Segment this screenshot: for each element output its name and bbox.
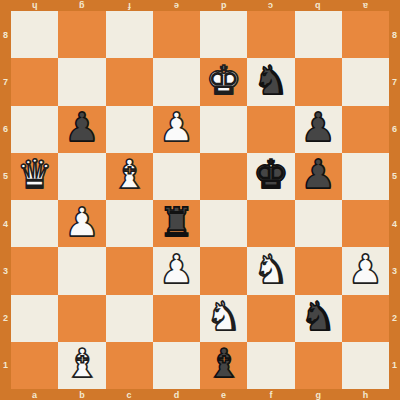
file-label-c: c <box>247 0 294 11</box>
black-knight[interactable]: ♞ <box>300 296 336 336</box>
white-bishop[interactable]: ♝ <box>64 343 100 383</box>
file-label-b: b <box>58 389 105 400</box>
file-label-a: a <box>11 389 58 400</box>
file-label-f: f <box>106 0 153 11</box>
white-queen[interactable]: ♛ <box>17 154 53 194</box>
black-pawn[interactable]: ♟ <box>64 107 100 147</box>
rank-label-5: 5 <box>389 153 400 200</box>
coordinates-left: 87654321 <box>0 11 11 389</box>
coordinates-bottom: abcdefgh <box>11 389 389 400</box>
rank-label-8: 8 <box>389 11 400 58</box>
rank-label-1: 1 <box>389 342 400 389</box>
square-f1[interactable] <box>247 342 294 389</box>
square-h6[interactable] <box>342 106 389 153</box>
rank-label-2: 2 <box>0 295 11 342</box>
square-d1[interactable] <box>153 342 200 389</box>
file-label-g: g <box>58 0 105 11</box>
file-label-e: e <box>200 389 247 400</box>
white-knight[interactable]: ♞ <box>253 249 289 289</box>
black-pawn[interactable]: ♟ <box>300 154 336 194</box>
square-f5[interactable]: ♚ <box>247 153 294 200</box>
square-g4[interactable] <box>295 200 342 247</box>
square-e8[interactable] <box>200 11 247 58</box>
square-f3[interactable]: ♞ <box>247 247 294 294</box>
square-e5[interactable] <box>200 153 247 200</box>
square-a3[interactable] <box>11 247 58 294</box>
chess-board-frame: hgfedcba abcdefgh 87654321 87654321 ♚♞♟♟… <box>0 0 400 400</box>
square-h1[interactable] <box>342 342 389 389</box>
square-d2[interactable] <box>153 295 200 342</box>
black-rook[interactable]: ♜ <box>158 202 194 242</box>
square-h8[interactable] <box>342 11 389 58</box>
square-g6[interactable]: ♟ <box>295 106 342 153</box>
square-b5[interactable] <box>58 153 105 200</box>
square-h2[interactable] <box>342 295 389 342</box>
square-f2[interactable] <box>247 295 294 342</box>
square-a1[interactable] <box>11 342 58 389</box>
rank-label-3: 3 <box>0 247 11 294</box>
chess-board[interactable]: ♚♞♟♟♟♛♝♚♟♟♜♟♞♟♞♞♝♝ <box>11 11 389 389</box>
square-g3[interactable] <box>295 247 342 294</box>
square-g7[interactable] <box>295 58 342 105</box>
coordinates-right: 87654321 <box>389 11 400 389</box>
square-d8[interactable] <box>153 11 200 58</box>
file-label-h: h <box>11 0 58 11</box>
square-d6[interactable]: ♟ <box>153 106 200 153</box>
rank-label-2: 2 <box>389 295 400 342</box>
rank-label-6: 6 <box>389 106 400 153</box>
rank-label-5: 5 <box>0 153 11 200</box>
square-a4[interactable] <box>11 200 58 247</box>
square-g8[interactable] <box>295 11 342 58</box>
square-g5[interactable]: ♟ <box>295 153 342 200</box>
square-b8[interactable] <box>58 11 105 58</box>
black-bishop[interactable]: ♝ <box>206 343 242 383</box>
square-a6[interactable] <box>11 106 58 153</box>
square-b1[interactable]: ♝ <box>58 342 105 389</box>
square-b7[interactable] <box>58 58 105 105</box>
white-pawn[interactable]: ♟ <box>64 202 100 242</box>
square-a8[interactable] <box>11 11 58 58</box>
square-c1[interactable] <box>106 342 153 389</box>
square-d3[interactable]: ♟ <box>153 247 200 294</box>
square-g1[interactable] <box>295 342 342 389</box>
square-b6[interactable]: ♟ <box>58 106 105 153</box>
square-c8[interactable] <box>106 11 153 58</box>
rank-label-7: 7 <box>0 58 11 105</box>
square-h5[interactable] <box>342 153 389 200</box>
square-b4[interactable]: ♟ <box>58 200 105 247</box>
square-e2[interactable]: ♞ <box>200 295 247 342</box>
square-a5[interactable]: ♛ <box>11 153 58 200</box>
file-label-g: g <box>295 389 342 400</box>
square-f7[interactable]: ♞ <box>247 58 294 105</box>
file-label-a: a <box>342 0 389 11</box>
square-f6[interactable] <box>247 106 294 153</box>
square-a2[interactable] <box>11 295 58 342</box>
square-e3[interactable] <box>200 247 247 294</box>
square-c2[interactable] <box>106 295 153 342</box>
rank-label-7: 7 <box>389 58 400 105</box>
black-pawn[interactable]: ♟ <box>300 107 336 147</box>
square-b2[interactable] <box>58 295 105 342</box>
square-h4[interactable] <box>342 200 389 247</box>
file-label-d: d <box>200 0 247 11</box>
white-king[interactable]: ♚ <box>206 60 242 100</box>
square-f8[interactable] <box>247 11 294 58</box>
square-e4[interactable] <box>200 200 247 247</box>
rank-label-6: 6 <box>0 106 11 153</box>
white-bishop[interactable]: ♝ <box>111 154 147 194</box>
square-d7[interactable] <box>153 58 200 105</box>
file-label-d: d <box>153 389 200 400</box>
square-d5[interactable] <box>153 153 200 200</box>
black-knight[interactable]: ♞ <box>253 60 289 100</box>
square-c5[interactable]: ♝ <box>106 153 153 200</box>
file-label-f: f <box>247 389 294 400</box>
square-e7[interactable]: ♚ <box>200 58 247 105</box>
file-label-b: b <box>295 0 342 11</box>
rank-label-3: 3 <box>389 247 400 294</box>
rank-label-4: 4 <box>389 200 400 247</box>
white-pawn[interactable]: ♟ <box>158 249 194 289</box>
square-c4[interactable] <box>106 200 153 247</box>
white-pawn[interactable]: ♟ <box>158 107 194 147</box>
file-label-e: e <box>153 0 200 11</box>
square-h3[interactable]: ♟ <box>342 247 389 294</box>
file-label-c: c <box>106 389 153 400</box>
square-c6[interactable] <box>106 106 153 153</box>
square-a7[interactable] <box>11 58 58 105</box>
square-c7[interactable] <box>106 58 153 105</box>
square-f4[interactable] <box>247 200 294 247</box>
white-pawn[interactable]: ♟ <box>347 249 383 289</box>
black-king[interactable]: ♚ <box>253 154 289 194</box>
square-g2[interactable]: ♞ <box>295 295 342 342</box>
white-knight[interactable]: ♞ <box>206 296 242 336</box>
square-d4[interactable]: ♜ <box>153 200 200 247</box>
rank-label-8: 8 <box>0 11 11 58</box>
coordinates-top: hgfedcba <box>11 0 389 11</box>
square-b3[interactable] <box>58 247 105 294</box>
square-e1[interactable]: ♝ <box>200 342 247 389</box>
file-label-h: h <box>342 389 389 400</box>
square-h7[interactable] <box>342 58 389 105</box>
rank-label-1: 1 <box>0 342 11 389</box>
square-e6[interactable] <box>200 106 247 153</box>
rank-label-4: 4 <box>0 200 11 247</box>
square-c3[interactable] <box>106 247 153 294</box>
